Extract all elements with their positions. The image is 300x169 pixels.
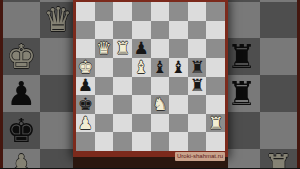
square-g5: ♜ bbox=[188, 58, 207, 77]
piece-black-pawn: ♟ bbox=[78, 77, 93, 94]
square-h5 bbox=[206, 58, 225, 77]
square-d8 bbox=[132, 2, 151, 21]
square-f1 bbox=[169, 132, 188, 151]
square-g2 bbox=[188, 114, 207, 133]
square-b6: ♛ bbox=[40, 2, 77, 39]
piece-white-pawn: ♟ bbox=[7, 150, 37, 168]
piece-white-rook: ♜ bbox=[208, 115, 223, 132]
square-a5: ♚ bbox=[76, 58, 95, 77]
square-e4 bbox=[151, 77, 170, 96]
square-h2: ♜ bbox=[260, 149, 297, 169]
square-h7 bbox=[206, 21, 225, 40]
piece-black-pawn: ♟ bbox=[134, 40, 149, 57]
square-c5 bbox=[113, 58, 132, 77]
board-frame: ♛♜♟♚♝♝♝♜♟♜♚♞♟♜ bbox=[73, 0, 228, 157]
square-f3 bbox=[169, 95, 188, 114]
square-h4 bbox=[260, 75, 297, 112]
square-c8 bbox=[113, 2, 132, 21]
square-b7 bbox=[95, 21, 114, 40]
square-e2 bbox=[151, 114, 170, 133]
square-a2: ♟ bbox=[76, 114, 95, 133]
piece-white-king: ♚ bbox=[7, 40, 37, 73]
square-f5: ♝ bbox=[169, 58, 188, 77]
watermark-label: Uroki-shahmat.ru bbox=[175, 152, 225, 161]
main-chessboard: ♛♜♟♚♝♝♝♜♟♜♚♞♟♜ bbox=[76, 2, 225, 151]
square-d3 bbox=[132, 95, 151, 114]
square-a3: ♚ bbox=[76, 95, 95, 114]
square-a7 bbox=[76, 21, 95, 40]
piece-white-queen: ♛ bbox=[43, 3, 73, 36]
square-c2 bbox=[113, 114, 132, 133]
square-b5 bbox=[95, 58, 114, 77]
square-g8 bbox=[188, 2, 207, 21]
square-b6: ♛ bbox=[95, 39, 114, 58]
square-a6 bbox=[3, 2, 40, 39]
square-e6 bbox=[151, 39, 170, 58]
square-b3 bbox=[95, 95, 114, 114]
piece-black-rook: ♜ bbox=[189, 59, 204, 76]
square-c6: ♜ bbox=[113, 39, 132, 58]
square-g6 bbox=[188, 39, 207, 58]
piece-white-rook: ♜ bbox=[264, 150, 294, 168]
square-e5: ♝ bbox=[151, 58, 170, 77]
square-c3 bbox=[113, 95, 132, 114]
square-g4: ♜ bbox=[188, 77, 207, 96]
piece-black-bishop: ♝ bbox=[152, 59, 167, 76]
square-g5: ♜ bbox=[224, 38, 261, 75]
square-h6 bbox=[260, 2, 297, 39]
square-d2 bbox=[132, 114, 151, 133]
square-b4 bbox=[40, 75, 77, 112]
piece-white-king: ♚ bbox=[78, 59, 93, 76]
square-f2 bbox=[169, 114, 188, 133]
square-h2: ♜ bbox=[206, 114, 225, 133]
square-g2 bbox=[224, 149, 261, 169]
piece-white-queen: ♛ bbox=[96, 40, 111, 57]
piece-white-knight: ♞ bbox=[152, 96, 167, 113]
square-e1 bbox=[151, 132, 170, 151]
piece-black-pawn: ♟ bbox=[7, 77, 37, 110]
piece-black-king: ♚ bbox=[78, 96, 93, 113]
square-a4: ♟ bbox=[76, 77, 95, 96]
square-d4 bbox=[132, 77, 151, 96]
square-c1 bbox=[113, 132, 132, 151]
square-f7 bbox=[169, 21, 188, 40]
square-a2: ♟ bbox=[3, 149, 40, 169]
video-frame: ♛♜♟♚♝♝♝♜♟♜♚♞♟♜ ♛♜♟♚♝♝♝♜♟♜♚♞♟♜ Uroki-shah… bbox=[0, 0, 300, 168]
square-h4 bbox=[206, 77, 225, 96]
square-a5: ♚ bbox=[3, 38, 40, 75]
square-a3: ♚ bbox=[3, 112, 40, 149]
square-h8 bbox=[206, 2, 225, 21]
square-g1 bbox=[188, 132, 207, 151]
square-b4 bbox=[95, 77, 114, 96]
square-a1 bbox=[76, 132, 95, 151]
square-c4 bbox=[113, 77, 132, 96]
square-h5 bbox=[260, 38, 297, 75]
square-f6 bbox=[169, 39, 188, 58]
square-e7 bbox=[151, 21, 170, 40]
piece-white-bishop: ♝ bbox=[134, 59, 149, 76]
square-g3 bbox=[224, 112, 261, 149]
square-b5 bbox=[40, 38, 77, 75]
piece-black-bishop: ♝ bbox=[171, 59, 186, 76]
square-a4: ♟ bbox=[3, 75, 40, 112]
square-f8 bbox=[169, 2, 188, 21]
square-b2 bbox=[95, 114, 114, 133]
square-g7 bbox=[188, 21, 207, 40]
piece-black-rook: ♜ bbox=[227, 77, 257, 110]
square-h3 bbox=[206, 95, 225, 114]
square-e3: ♞ bbox=[151, 95, 170, 114]
piece-white-rook: ♜ bbox=[115, 40, 130, 57]
piece-white-pawn: ♟ bbox=[78, 115, 93, 132]
square-g6 bbox=[224, 2, 261, 39]
square-a6 bbox=[76, 39, 95, 58]
square-h3 bbox=[260, 112, 297, 149]
square-h6 bbox=[206, 39, 225, 58]
square-b3 bbox=[40, 112, 77, 149]
square-g3 bbox=[188, 95, 207, 114]
square-a8 bbox=[76, 2, 95, 21]
square-b8 bbox=[95, 2, 114, 21]
piece-black-rook: ♜ bbox=[227, 40, 257, 73]
square-d7 bbox=[132, 21, 151, 40]
square-d5: ♝ bbox=[132, 58, 151, 77]
piece-black-rook: ♜ bbox=[189, 77, 204, 94]
square-d1 bbox=[132, 132, 151, 151]
square-b2 bbox=[40, 149, 77, 169]
square-e8 bbox=[151, 2, 170, 21]
square-c7 bbox=[113, 21, 132, 40]
square-g4: ♜ bbox=[224, 75, 261, 112]
foreground-board-panel: ♛♜♟♚♝♝♝♜♟♜♚♞♟♜ bbox=[73, 0, 228, 168]
square-b1 bbox=[95, 132, 114, 151]
square-h1 bbox=[206, 132, 225, 151]
square-d6: ♟ bbox=[132, 39, 151, 58]
square-f4 bbox=[169, 77, 188, 96]
piece-black-king: ♚ bbox=[7, 114, 37, 147]
